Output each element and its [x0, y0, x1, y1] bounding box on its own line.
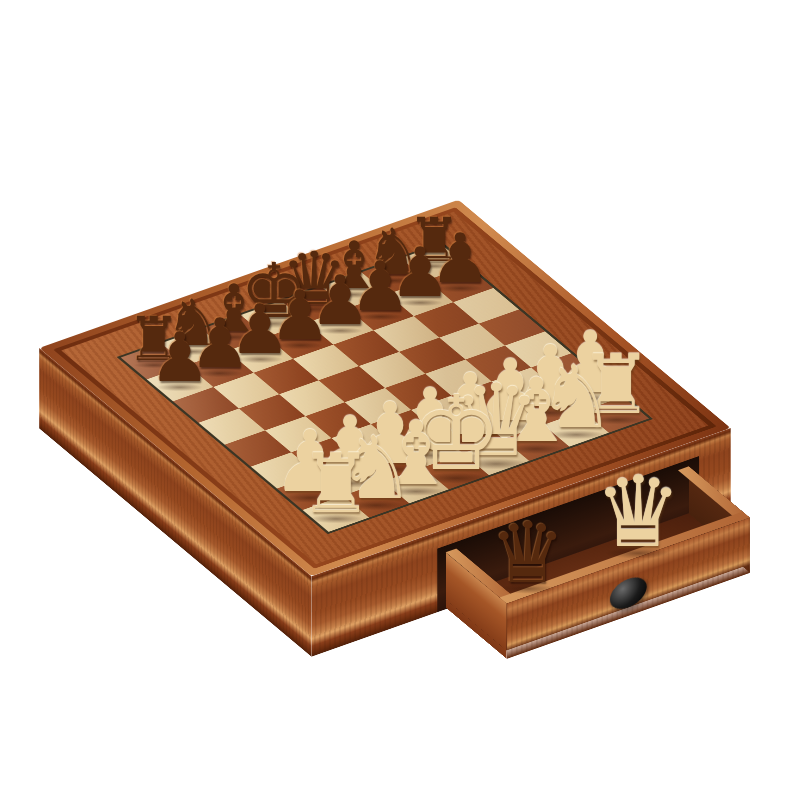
drawer-piece-white-queen[interactable]: ♛ [594, 463, 682, 561]
piece-black-pawn-h7[interactable]: ♟ [149, 324, 210, 392]
pieces-layer: ♜♞♝♚♛♝♞♜♟♟♟♟♟♟♟♟♟♟♟♟♟♟♟♟♜♞♝♚♛♝♞♜♛♛ [0, 0, 800, 800]
product-photo-scene: ♜♞♝♚♛♝♞♜♟♟♟♟♟♟♟♟♟♟♟♟♟♟♟♟♜♞♝♚♛♝♞♜♛♛ [0, 0, 800, 800]
piece-white-rook-h1[interactable]: ♜ [299, 443, 373, 525]
drawer-piece-black-queen[interactable]: ♛ [490, 511, 565, 595]
